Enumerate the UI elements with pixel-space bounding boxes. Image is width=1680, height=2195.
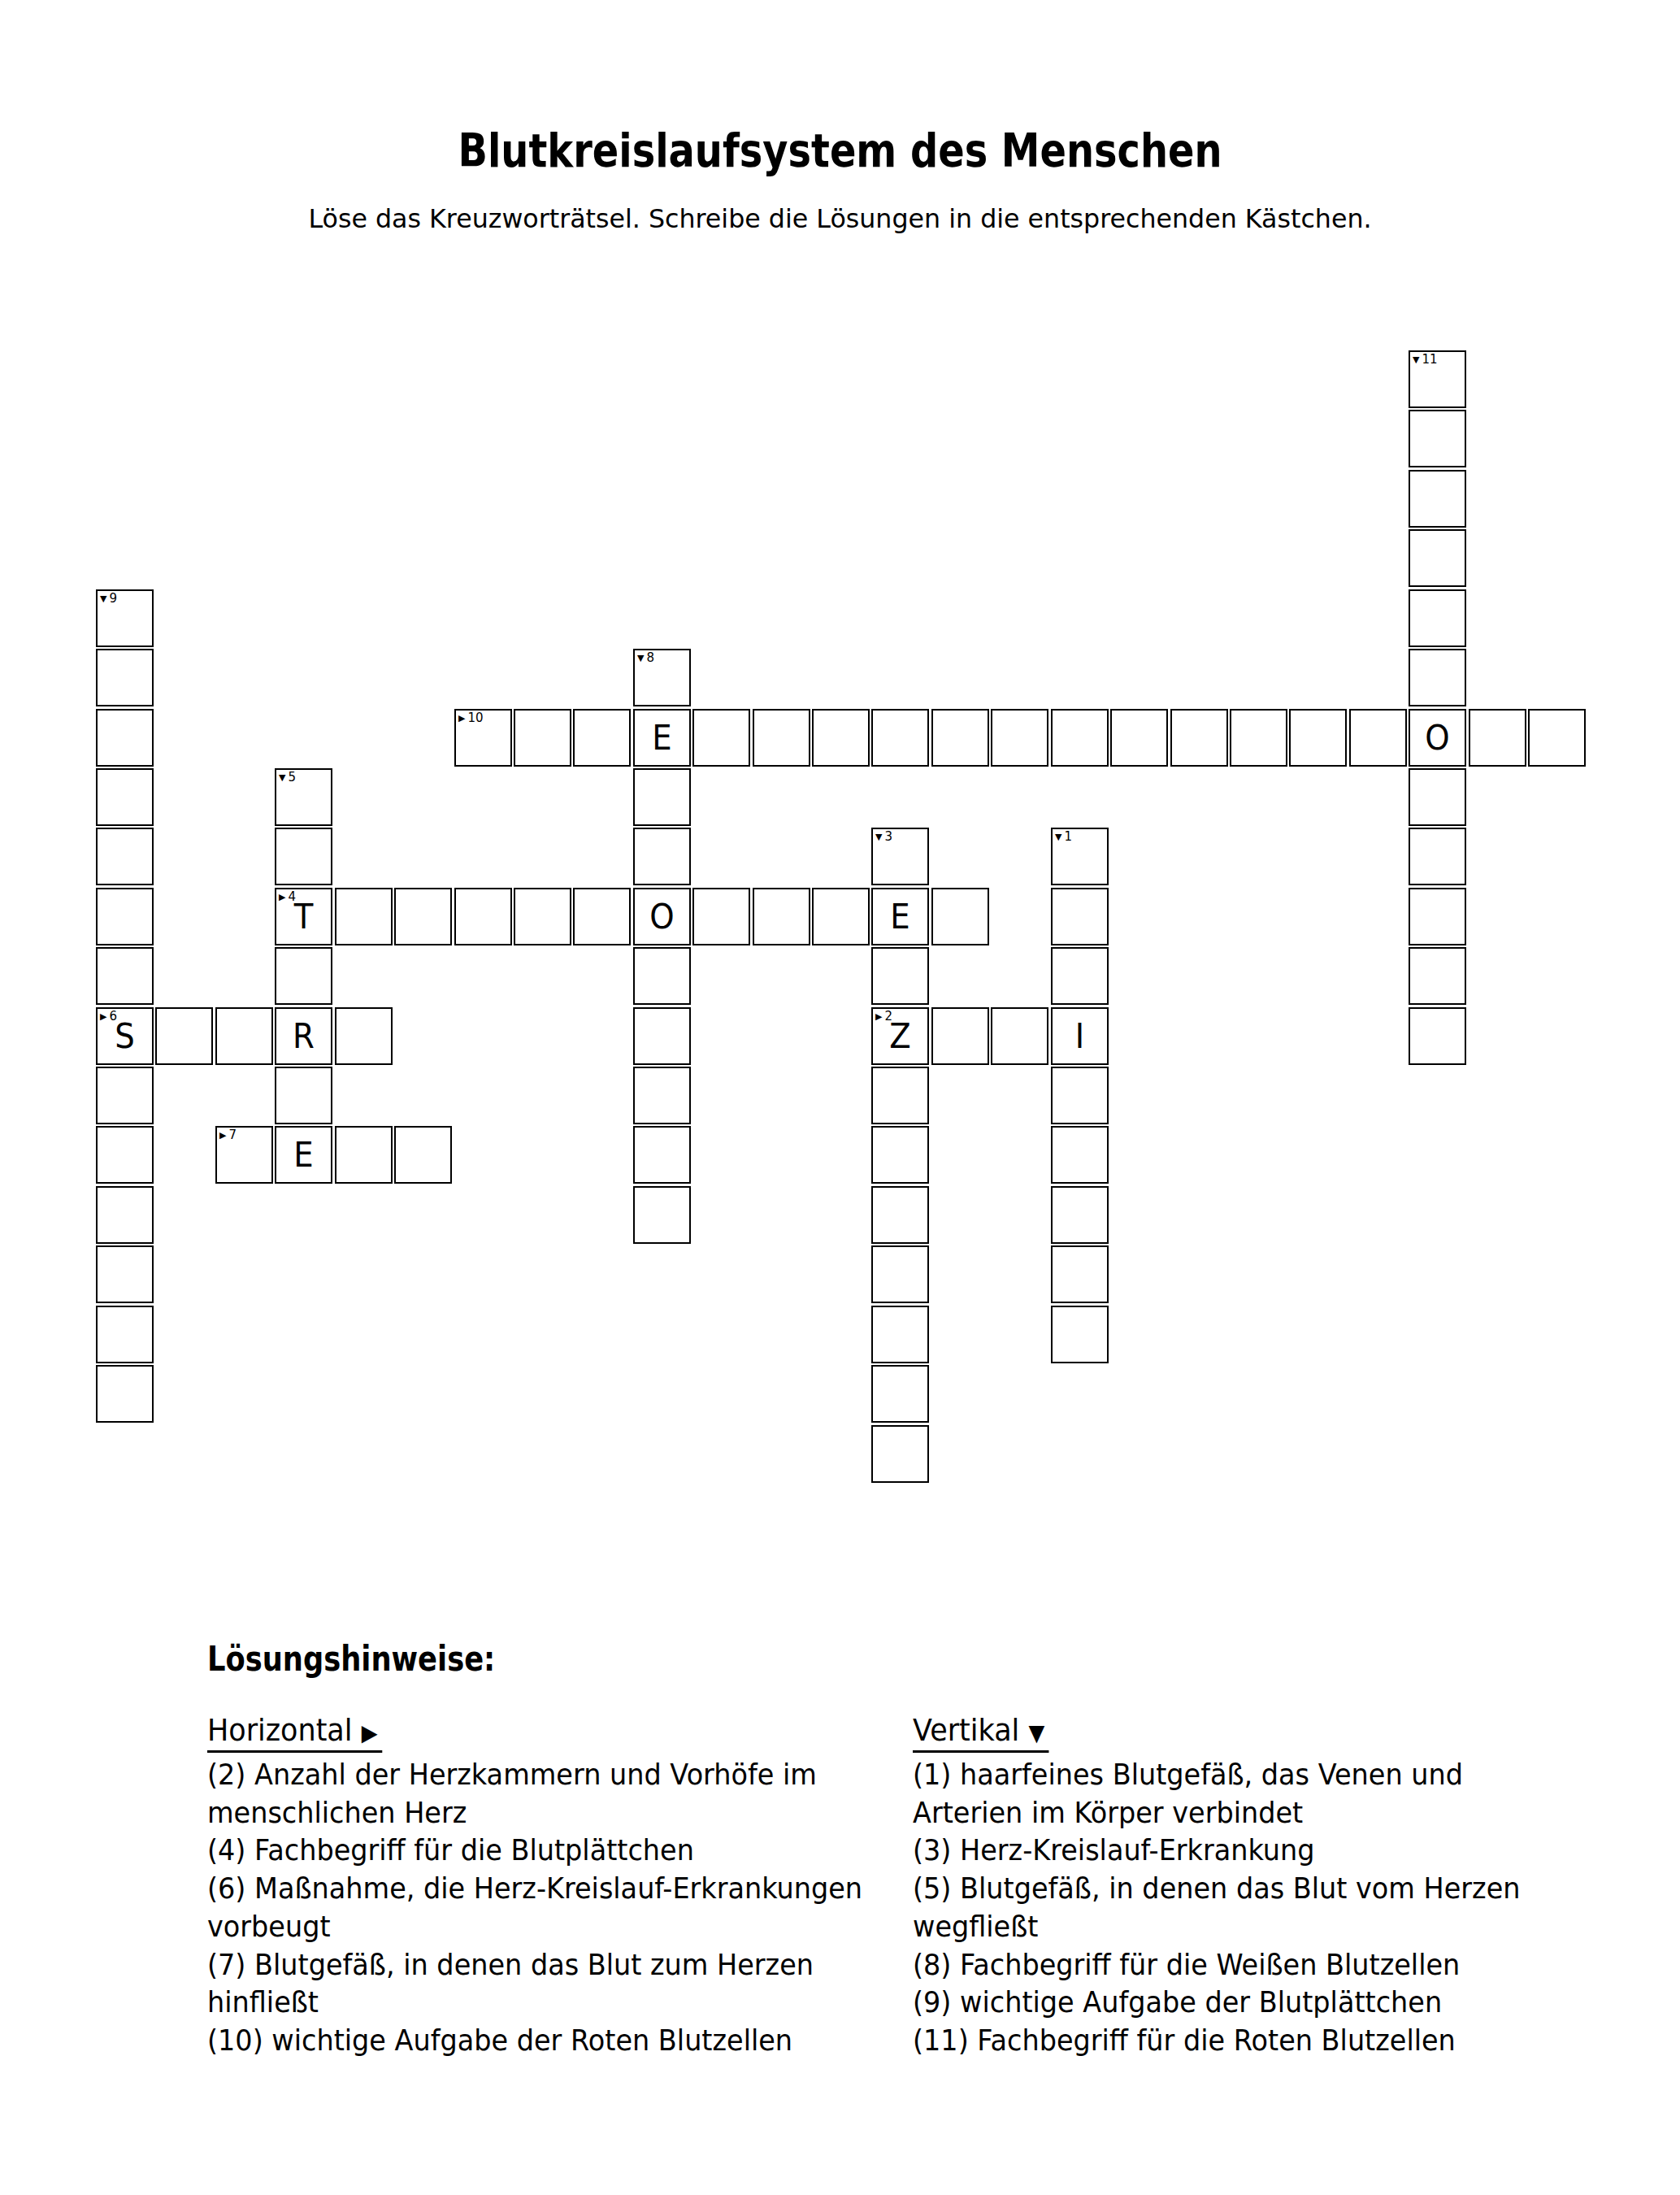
grid-cell[interactable]: T▶ 4 — [275, 888, 332, 945]
cell-letter: O — [637, 889, 688, 944]
clue-number: 6 — [106, 1009, 117, 1024]
grid-cell[interactable] — [633, 1067, 691, 1124]
grid-cell[interactable] — [871, 1306, 929, 1363]
grid-cell[interactable] — [633, 947, 691, 1005]
clue-number: 11 — [1419, 352, 1437, 367]
grid-cell[interactable]: E — [633, 709, 691, 767]
grid-cell[interactable] — [991, 709, 1048, 767]
grid-cell[interactable] — [573, 888, 631, 945]
grid-cell[interactable] — [1409, 470, 1466, 528]
down-header: Vertikal ▼ — [913, 1712, 1049, 1753]
grid-cell[interactable] — [633, 828, 691, 885]
clue-down-1: (1) haarfeines Blutgefäß, das Venen und … — [913, 1756, 1593, 1832]
grid-cell[interactable] — [275, 1067, 332, 1124]
grid-cell[interactable] — [931, 1007, 989, 1065]
grid-cell[interactable] — [1051, 888, 1109, 945]
grid-cell[interactable] — [871, 1067, 929, 1124]
grid-cell[interactable] — [96, 947, 154, 1005]
grid-cell[interactable] — [931, 888, 989, 945]
grid-cell[interactable] — [871, 1126, 929, 1184]
grid-cell[interactable] — [633, 1186, 691, 1244]
grid-cell[interactable] — [96, 709, 154, 767]
grid-cell[interactable] — [1051, 1186, 1109, 1244]
grid-cell[interactable] — [1051, 947, 1109, 1005]
grid-cell[interactable] — [753, 888, 810, 945]
grid-cell[interactable] — [96, 888, 154, 945]
grid-cell[interactable]: ▼ 11 — [1409, 350, 1466, 408]
grid-cell[interactable] — [96, 1126, 154, 1184]
grid-cell[interactable]: R — [275, 1007, 332, 1065]
grid-cell[interactable]: ▼ 5 — [275, 768, 332, 826]
clue-number-label: ▼ 5 — [279, 771, 296, 785]
grid-cell[interactable] — [871, 1425, 929, 1483]
clue-across-10: (10) wichtige Aufgabe der Roten Blutzell… — [207, 2022, 888, 2060]
clue-number: 1 — [1061, 829, 1072, 844]
clue-number-label: ▶ 10 — [458, 711, 484, 725]
grid-cell[interactable] — [991, 1007, 1048, 1065]
down-header-label: Vertikal — [913, 1712, 1019, 1748]
clue-number: 2 — [882, 1009, 892, 1024]
grid-cell[interactable] — [1170, 709, 1228, 767]
clue-number: 4 — [285, 889, 296, 904]
grid-cell[interactable] — [1230, 709, 1287, 767]
grid-cell[interactable] — [96, 1306, 154, 1363]
grid-cell[interactable] — [215, 1007, 273, 1065]
clue-number-label: ▼ 3 — [875, 830, 892, 844]
grid-cell[interactable] — [633, 768, 691, 826]
clue-number-label: ▶ 4 — [279, 890, 296, 904]
grid-cell[interactable] — [394, 1126, 452, 1184]
clue-across-2: (2) Anzahl der Herzkammern und Vorhöfe i… — [207, 1756, 888, 1832]
grid-cell[interactable] — [812, 888, 870, 945]
clue-across-4: (4) Fachbegriff für die Blutplättchen — [207, 1832, 888, 1870]
grid-cell[interactable] — [1409, 410, 1466, 467]
grid-cell[interactable] — [335, 1007, 393, 1065]
grid-cell[interactable] — [871, 947, 929, 1005]
clue-number: 10 — [465, 711, 483, 725]
grid-cell[interactable] — [1110, 709, 1168, 767]
page-subtitle: Löse das Kreuzworträtsel. Schreibe die L… — [8, 203, 1671, 234]
across-arrow-icon: ▶ — [362, 1719, 378, 1746]
cell-letter: O — [1413, 711, 1463, 765]
grid-cell[interactable]: I — [1051, 1007, 1109, 1065]
grid-cell[interactable]: ▶ 7 — [215, 1126, 273, 1184]
down-clue-list: (1) haarfeines Blutgefäß, das Venen und … — [913, 1756, 1593, 2060]
clue-number-label: ▼ 1 — [1055, 830, 1072, 844]
clue-down-5: (5) Blutgefäß, in denen das Blut vom Her… — [913, 1870, 1593, 1945]
grid-cell[interactable] — [812, 709, 870, 767]
grid-cell[interactable]: O — [1409, 709, 1466, 767]
grid-cell[interactable] — [1051, 1245, 1109, 1303]
clue-number: 3 — [882, 829, 892, 844]
grid-cell[interactable] — [692, 888, 750, 945]
grid-cell[interactable] — [753, 709, 810, 767]
grid-cell[interactable] — [1409, 828, 1466, 885]
grid-cell[interactable] — [394, 888, 452, 945]
grid-cell[interactable] — [1409, 529, 1466, 587]
grid-cell[interactable] — [1051, 1126, 1109, 1184]
clue-number: 8 — [644, 650, 654, 665]
cell-letter: E — [279, 1128, 329, 1182]
clue-number: 5 — [285, 770, 296, 785]
grid-cell[interactable] — [1409, 947, 1466, 1005]
cell-letter: E — [875, 889, 926, 944]
grid-cell[interactable]: O — [633, 888, 691, 945]
crossword-worksheet: { "game": "crossword", "language": "de",… — [0, 0, 1680, 2195]
across-header-label: Horizontal — [207, 1712, 353, 1748]
page-title: Blutkreislaufsystem des Menschen — [134, 124, 1545, 177]
cell-letter: E — [637, 711, 688, 765]
grid-cell[interactable] — [1469, 709, 1526, 767]
grid-cell[interactable] — [96, 1186, 154, 1244]
grid-cell[interactable] — [1409, 1007, 1466, 1065]
cell-letter: R — [279, 1009, 329, 1063]
grid-cell[interactable]: S▶ 6 — [96, 1007, 154, 1065]
clue-number-label: ▶ 7 — [219, 1128, 237, 1142]
across-header: Horizontal ▶ — [207, 1712, 382, 1753]
grid-cell[interactable] — [514, 709, 571, 767]
grid-cell[interactable] — [275, 828, 332, 885]
clue-number: 7 — [226, 1128, 237, 1142]
grid-cell[interactable] — [871, 709, 929, 767]
clue-down-3: (3) Herz-Kreislauf-Erkrankung — [913, 1832, 1593, 1870]
grid-cell[interactable]: E — [275, 1126, 332, 1184]
grid-cell[interactable] — [1349, 709, 1407, 767]
grid-cell[interactable] — [335, 1126, 393, 1184]
grid-cell[interactable] — [1289, 709, 1347, 767]
grid-cell[interactable] — [573, 709, 631, 767]
grid-cell[interactable] — [96, 1245, 154, 1303]
grid-cell[interactable] — [633, 1126, 691, 1184]
grid-cell[interactable] — [1409, 589, 1466, 647]
grid-cell[interactable]: ▼ 3 — [871, 828, 929, 885]
clue-number-label: ▼ 11 — [1413, 353, 1438, 367]
grid-cell[interactable] — [871, 1245, 929, 1303]
grid-cell[interactable]: ▶ 10 — [454, 709, 512, 767]
grid-cell[interactable] — [1409, 649, 1466, 706]
grid-cell[interactable]: Z▶ 2 — [871, 1007, 929, 1065]
hints-heading: Lösungshinweise: — [207, 1639, 495, 1679]
grid-cell[interactable] — [275, 947, 332, 1005]
grid-cell[interactable] — [1051, 709, 1109, 767]
down-arrow-icon: ▼ — [1028, 1719, 1044, 1746]
grid-cell[interactable] — [96, 768, 154, 826]
grid-cell[interactable] — [931, 709, 989, 767]
across-clue-list: (2) Anzahl der Herzkammern und Vorhöfe i… — [207, 1756, 888, 2060]
grid-cell[interactable] — [871, 1186, 929, 1244]
grid-cell[interactable]: ▼ 9 — [96, 589, 154, 647]
grid-cell[interactable] — [1409, 768, 1466, 826]
grid-cell[interactable]: ▼ 1 — [1051, 828, 1109, 885]
grid-cell[interactable] — [96, 1067, 154, 1124]
grid-cell[interactable] — [96, 1365, 154, 1423]
cell-letter: I — [1055, 1009, 1105, 1063]
clue-number: 9 — [106, 591, 117, 606]
grid-cell[interactable] — [454, 888, 512, 945]
grid-cell[interactable] — [1051, 1067, 1109, 1124]
grid-cell[interactable] — [96, 828, 154, 885]
grid-cell[interactable] — [871, 1365, 929, 1423]
clue-number-label: ▼ 8 — [637, 651, 654, 665]
grid-cell[interactable] — [514, 888, 571, 945]
clue-number-label: ▶ 6 — [100, 1010, 117, 1024]
clue-number-label: ▼ 9 — [100, 592, 117, 606]
grid-cell[interactable] — [96, 649, 154, 706]
grid-cell[interactable] — [1409, 888, 1466, 945]
grid-cell[interactable] — [335, 888, 393, 945]
grid-cell[interactable]: E — [871, 888, 929, 945]
clue-across-6: (6) Maßnahme, die Herz-Kreislauf-Erkrank… — [207, 1870, 888, 1945]
grid-cell[interactable] — [692, 709, 750, 767]
clue-down-9: (9) wichtige Aufgabe der Blutplättchen — [913, 1984, 1593, 2022]
grid-cell[interactable] — [633, 1007, 691, 1065]
clue-down-11: (11) Fachbegriff für die Roten Blutzelle… — [913, 2022, 1593, 2060]
grid-cell[interactable] — [155, 1007, 213, 1065]
clue-number-label: ▶ 2 — [875, 1010, 892, 1024]
clue-down-8: (8) Fachbegriff für die Weißen Blutzelle… — [913, 1946, 1593, 1984]
grid-cell[interactable] — [1528, 709, 1586, 767]
clue-across-7: (7) Blutgefäß, in denen das Blut zum Her… — [207, 1946, 888, 2022]
grid-cell[interactable] — [1051, 1306, 1109, 1363]
grid-cell[interactable]: ▼ 8 — [633, 649, 691, 706]
